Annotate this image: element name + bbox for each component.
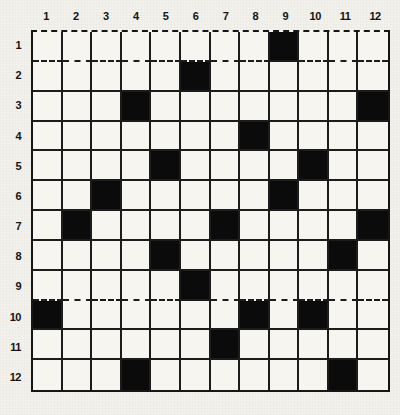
grid-cell[interactable] — [151, 301, 181, 331]
grid-cell[interactable] — [329, 211, 359, 241]
blocked-cell — [329, 241, 359, 271]
grid-cell[interactable] — [63, 181, 93, 211]
grid-cell[interactable] — [122, 211, 152, 241]
grid-cell[interactable] — [211, 241, 241, 271]
column-label: 11 — [330, 8, 360, 24]
row-label: 10 — [2, 301, 26, 331]
grid-cell[interactable] — [211, 301, 241, 331]
grid-cell[interactable] — [92, 32, 122, 62]
row-label: 12 — [2, 362, 26, 392]
grid-cell[interactable] — [181, 241, 211, 271]
grid-cell[interactable] — [92, 151, 122, 181]
grid-cell[interactable] — [122, 181, 152, 211]
grid-cell[interactable] — [63, 92, 93, 122]
blocked-cell — [240, 301, 270, 331]
grid-cell[interactable] — [240, 151, 270, 181]
grid-cell[interactable] — [33, 151, 63, 181]
grid-cell[interactable] — [33, 181, 63, 211]
grid-cell[interactable] — [33, 211, 63, 241]
column-label: 3 — [91, 8, 121, 24]
grid-cell[interactable] — [92, 122, 122, 152]
grid-cell[interactable] — [63, 360, 93, 390]
grid-cell[interactable] — [358, 301, 388, 331]
grid-cell[interactable] — [63, 62, 93, 92]
column-label: 6 — [181, 8, 211, 24]
row-label: 6 — [2, 181, 26, 211]
grid-cell[interactable] — [33, 241, 63, 271]
grid-cell[interactable] — [358, 122, 388, 152]
grid-cell[interactable] — [122, 32, 152, 62]
grid-cell[interactable] — [181, 92, 211, 122]
blocked-cell — [33, 301, 63, 331]
grid-cell[interactable] — [329, 122, 359, 152]
row-label: 8 — [2, 241, 26, 271]
grid-cell[interactable] — [122, 122, 152, 152]
grid-cell[interactable] — [299, 211, 329, 241]
grid-cell[interactable] — [181, 330, 211, 360]
grid-cell[interactable] — [211, 62, 241, 92]
blocked-cell — [122, 360, 152, 390]
blocked-cell — [270, 32, 300, 62]
grid-cell[interactable] — [151, 122, 181, 152]
row-label: 3 — [2, 90, 26, 120]
grid-cell[interactable] — [329, 271, 359, 301]
grid-cell[interactable] — [63, 151, 93, 181]
grid-cell[interactable] — [299, 181, 329, 211]
grid-cell[interactable] — [122, 271, 152, 301]
grid-cell[interactable] — [270, 151, 300, 181]
blocked-cell — [358, 92, 388, 122]
grid-cell[interactable] — [270, 360, 300, 390]
grid-cell[interactable] — [358, 181, 388, 211]
grid-cell[interactable] — [33, 62, 63, 92]
grid-cell[interactable] — [63, 271, 93, 301]
grid-cell[interactable] — [211, 271, 241, 301]
grid-cell[interactable] — [63, 301, 93, 331]
row-labels: 123456789101112 — [2, 30, 26, 392]
grid-cell[interactable] — [299, 92, 329, 122]
grid-cell[interactable] — [240, 330, 270, 360]
column-label: 2 — [61, 8, 91, 24]
grid-cell[interactable] — [92, 62, 122, 92]
blocked-cell — [63, 211, 93, 241]
grid-cell[interactable] — [151, 271, 181, 301]
grid-cell[interactable] — [33, 92, 63, 122]
row-label: 7 — [2, 211, 26, 241]
board — [31, 30, 390, 392]
row-label: 2 — [2, 60, 26, 90]
grid-cell[interactable] — [63, 122, 93, 152]
grid-cell[interactable] — [358, 241, 388, 271]
grid-cell[interactable] — [151, 211, 181, 241]
grid-cell[interactable] — [92, 301, 122, 331]
grid-cell[interactable] — [240, 360, 270, 390]
grid-cell[interactable] — [92, 360, 122, 390]
grid-cell[interactable] — [329, 92, 359, 122]
grid-cell[interactable] — [92, 211, 122, 241]
grid-cell[interactable] — [240, 241, 270, 271]
grid-cell[interactable] — [329, 151, 359, 181]
grid-cell[interactable] — [122, 301, 152, 331]
grid-cell[interactable] — [270, 211, 300, 241]
column-label: 1 — [31, 8, 61, 24]
column-label: 5 — [151, 8, 181, 24]
column-label: 7 — [210, 8, 240, 24]
grid-cell[interactable] — [358, 360, 388, 390]
grid-cell[interactable] — [299, 330, 329, 360]
grid-cell[interactable] — [33, 271, 63, 301]
grid-cell[interactable] — [151, 360, 181, 390]
grid-cell[interactable] — [270, 301, 300, 331]
grid-cell[interactable] — [358, 271, 388, 301]
row-label: 4 — [2, 120, 26, 150]
grid-cell[interactable] — [63, 241, 93, 271]
grid-cell[interactable] — [211, 122, 241, 152]
column-label: 9 — [270, 8, 300, 24]
grid-cell[interactable] — [151, 92, 181, 122]
grid-cell[interactable] — [329, 181, 359, 211]
grid-cell[interactable] — [122, 330, 152, 360]
grid-cell[interactable] — [329, 32, 359, 62]
blocked-cell — [181, 62, 211, 92]
grid-cell[interactable] — [122, 151, 152, 181]
grid-cell[interactable] — [211, 360, 241, 390]
grid-cell[interactable] — [151, 181, 181, 211]
grid-cell[interactable] — [329, 301, 359, 331]
grid-cell[interactable] — [211, 181, 241, 211]
blocked-cell — [299, 151, 329, 181]
grid-cell[interactable] — [122, 241, 152, 271]
grid-cell[interactable] — [358, 62, 388, 92]
grid-cell[interactable] — [240, 62, 270, 92]
blocked-cell — [211, 211, 241, 241]
grid-cell[interactable] — [358, 151, 388, 181]
blocked-cell — [92, 181, 122, 211]
grid-cell[interactable] — [181, 32, 211, 62]
blocked-cell — [151, 151, 181, 181]
grid-cell[interactable] — [211, 32, 241, 62]
blocked-cell — [151, 241, 181, 271]
grid-cell[interactable] — [299, 62, 329, 92]
blocked-cell — [270, 181, 300, 211]
grid-cell[interactable] — [63, 32, 93, 62]
row-label: 5 — [2, 151, 26, 181]
grid-cell[interactable] — [211, 92, 241, 122]
grid-cell[interactable] — [358, 32, 388, 62]
grid-cell[interactable] — [270, 62, 300, 92]
grid-cell[interactable] — [33, 330, 63, 360]
grid-cell[interactable] — [181, 151, 211, 181]
column-label: 4 — [121, 8, 151, 24]
blocked-cell — [240, 122, 270, 152]
grid-cell[interactable] — [270, 122, 300, 152]
grid-cell[interactable] — [299, 271, 329, 301]
blocked-cell — [299, 301, 329, 331]
grid-cell[interactable] — [33, 360, 63, 390]
grid-cell[interactable] — [181, 360, 211, 390]
row-label: 9 — [2, 271, 26, 301]
grid-cell[interactable] — [270, 92, 300, 122]
grid-cell[interactable] — [299, 32, 329, 62]
grid-cell[interactable] — [329, 330, 359, 360]
grid-cell[interactable] — [63, 330, 93, 360]
grid-cell[interactable] — [92, 92, 122, 122]
column-labels: 123456789101112 — [31, 8, 390, 24]
grid-cell[interactable] — [270, 241, 300, 271]
grid-cell[interactable] — [151, 330, 181, 360]
grid-cell[interactable] — [181, 211, 211, 241]
grid-cell[interactable] — [240, 32, 270, 62]
blocked-cell — [358, 211, 388, 241]
grid-cell[interactable] — [122, 62, 152, 92]
grid-cell[interactable] — [181, 122, 211, 152]
grid-cell[interactable] — [92, 241, 122, 271]
blocked-cell — [329, 360, 359, 390]
grid-cell[interactable] — [299, 360, 329, 390]
column-label: 12 — [360, 8, 390, 24]
grid-cell[interactable] — [33, 32, 63, 62]
grid-cell[interactable] — [358, 330, 388, 360]
grid-cell[interactable] — [299, 122, 329, 152]
column-label: 8 — [240, 8, 270, 24]
grid-cell[interactable] — [240, 181, 270, 211]
column-label: 10 — [300, 8, 330, 24]
grid-cell[interactable] — [211, 151, 241, 181]
blocked-cell — [181, 271, 211, 301]
row-label: 1 — [2, 30, 26, 60]
grid-cell[interactable] — [270, 330, 300, 360]
grid-cell[interactable] — [92, 271, 122, 301]
grid-cell[interactable] — [270, 271, 300, 301]
puzzle-diagram: 123456789101112 123456789101112 — [0, 0, 400, 415]
grid-cell[interactable] — [240, 271, 270, 301]
grid-cell[interactable] — [181, 301, 211, 331]
grid-cell[interactable] — [33, 122, 63, 152]
grid-cell[interactable] — [299, 241, 329, 271]
blocked-cell — [211, 330, 241, 360]
blocked-cell — [122, 92, 152, 122]
grid-cell[interactable] — [151, 62, 181, 92]
grid-cell[interactable] — [240, 211, 270, 241]
row-label: 11 — [2, 332, 26, 362]
grid-cell[interactable] — [151, 32, 181, 62]
grid-cell[interactable] — [329, 62, 359, 92]
grid-cell[interactable] — [92, 330, 122, 360]
grid-cell[interactable] — [240, 92, 270, 122]
grid-cell[interactable] — [181, 181, 211, 211]
